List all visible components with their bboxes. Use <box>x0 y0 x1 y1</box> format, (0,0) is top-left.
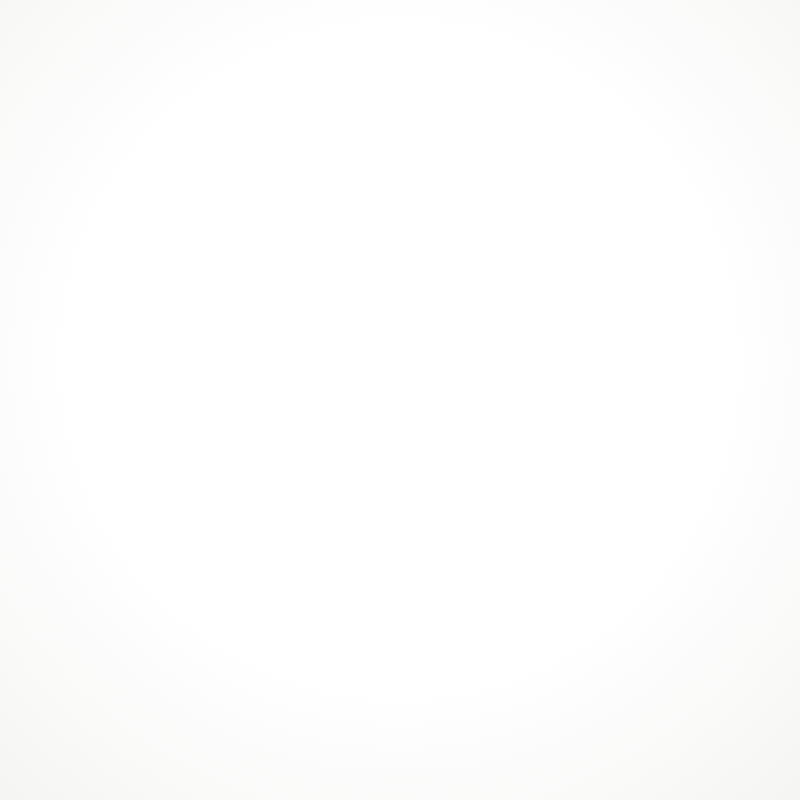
product-photo-stage <box>0 0 800 800</box>
geoboard-scene <box>0 0 800 800</box>
